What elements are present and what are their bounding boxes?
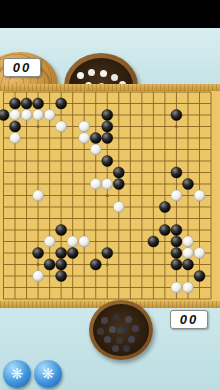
white-stone: [10, 133, 21, 144]
white-stone: [79, 121, 90, 132]
blue-round-button-right[interactable]: ❋: [34, 360, 62, 388]
white-stone: [33, 271, 44, 282]
black-stone: [171, 259, 182, 270]
white-stone: [182, 236, 193, 247]
black-stone: [171, 167, 182, 178]
white-stone: [171, 190, 182, 201]
status-bar: [0, 0, 220, 28]
white-stone: [113, 202, 124, 213]
black-stone: [171, 225, 182, 236]
black-stone: [102, 156, 113, 167]
capture-counter-bottom: 00: [170, 310, 208, 329]
go-app-screen: 00 00: [0, 0, 220, 390]
white-stone: [79, 236, 90, 247]
black-stone: [113, 179, 124, 190]
black-stone: [56, 248, 67, 259]
black-stone: [90, 259, 101, 270]
white-stone: [171, 282, 182, 293]
board-grid-and-stones[interactable]: [0, 84, 220, 308]
black-stone: [102, 133, 113, 144]
black-stone: [171, 236, 182, 247]
black-stone: [194, 271, 205, 282]
white-stone: [90, 144, 101, 155]
black-stone: [182, 179, 193, 190]
black-stone: [102, 110, 113, 121]
black-stone-pile: [93, 304, 148, 356]
black-stone: [56, 259, 67, 270]
black-stone: [113, 167, 124, 178]
white-stone: [182, 248, 193, 259]
white-stone: [182, 282, 193, 293]
black-stone: [33, 98, 44, 109]
white-stone: [90, 179, 101, 190]
black-stone-bowl: [89, 300, 153, 360]
white-stone: [102, 179, 113, 190]
white-stone: [33, 190, 44, 201]
white-stone: [44, 236, 55, 247]
black-stone: [33, 248, 44, 259]
white-stone: [33, 110, 44, 121]
white-stone: [67, 236, 78, 247]
black-stone: [56, 271, 67, 282]
black-stone: [182, 259, 193, 270]
black-stone: [171, 248, 182, 259]
white-stone: [44, 110, 55, 121]
black-stone: [159, 202, 170, 213]
white-stone: [56, 121, 67, 132]
capture-counter-top: 00: [3, 58, 41, 77]
black-stone: [10, 98, 21, 109]
black-stone: [171, 110, 182, 121]
blue-round-button-left[interactable]: ❋: [3, 360, 31, 388]
black-stone: [148, 236, 159, 247]
white-stone: [194, 248, 205, 259]
white-stone: [21, 110, 32, 121]
black-stone: [67, 248, 78, 259]
black-stone: [10, 121, 21, 132]
black-stone: [90, 133, 101, 144]
black-stone: [102, 121, 113, 132]
black-stone: [159, 225, 170, 236]
go-board[interactable]: [0, 84, 220, 308]
white-stone: [194, 190, 205, 201]
black-stone: [0, 110, 9, 121]
white-stone: [10, 110, 21, 121]
black-stone: [102, 248, 113, 259]
black-stone: [44, 259, 55, 270]
black-stone: [21, 98, 32, 109]
black-stone: [56, 225, 67, 236]
black-stone: [56, 98, 67, 109]
white-stone: [79, 133, 90, 144]
